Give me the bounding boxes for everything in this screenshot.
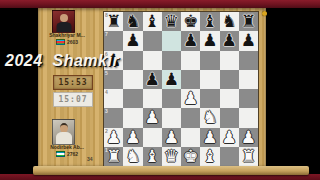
piece-white-rook: ♜ — [106, 148, 121, 165]
piece-black-pawn: ♟ — [222, 32, 237, 49]
square-g5[interactable] — [220, 70, 239, 89]
flag-azerbaijan-icon — [56, 39, 65, 45]
square-g4[interactable] — [220, 89, 239, 108]
square-e7[interactable]: ♟ — [181, 31, 200, 50]
square-c5[interactable]: ♟ — [143, 70, 162, 89]
rank-label-7: 7 — [105, 31, 108, 37]
square-f8[interactable]: ♝ — [200, 12, 219, 31]
piece-white-knight: ♞ — [202, 109, 217, 126]
piece-white-king: ♚ — [183, 148, 198, 165]
piece-black-queen: ♛ — [164, 13, 179, 30]
white-player-name: Nodirbek Ab... — [38, 144, 96, 150]
square-b4[interactable] — [123, 89, 142, 108]
square-e8[interactable]: ♚ — [181, 12, 200, 31]
piece-black-rook: ♜ — [241, 13, 256, 30]
piece-white-queen: ♛ — [164, 148, 179, 165]
square-a8[interactable]: 8♜ — [104, 12, 123, 31]
square-a5[interactable]: 5 — [104, 70, 123, 89]
avatar-body — [56, 22, 71, 32]
piece-black-pawn: ♟ — [125, 32, 140, 49]
square-b1[interactable]: ♞ — [123, 147, 142, 166]
square-f5[interactable] — [200, 70, 219, 89]
square-h2[interactable]: ♟ — [239, 128, 258, 147]
avatar-head — [60, 14, 68, 22]
rank-label-2: 2 — [105, 128, 108, 134]
clock-white: 15:07 — [53, 92, 93, 107]
square-h1[interactable]: ♜ — [239, 147, 258, 166]
square-f7[interactable]: ♟ — [200, 31, 219, 50]
piece-white-rook: ♜ — [241, 148, 256, 165]
square-d4[interactable] — [162, 89, 181, 108]
piece-black-pawn: ♟ — [145, 71, 160, 88]
piece-black-king: ♚ — [183, 13, 198, 30]
chess-board[interactable]: 8♜♞♝♛♚♝♞♜7♟♟♟♟♟6♟5♟♟4♟3♟♞2♟♟♟♟♟♟1♜♞♝♛♚♝♜ — [104, 12, 258, 166]
square-a4[interactable]: 4 — [104, 89, 123, 108]
square-b5[interactable] — [123, 70, 142, 89]
avatar-black-player — [52, 10, 75, 33]
square-b7[interactable]: ♟ — [123, 31, 142, 50]
board-shelf — [33, 166, 309, 175]
square-h8[interactable]: ♜ — [239, 12, 258, 31]
rank-label-3: 3 — [105, 108, 108, 114]
gold-pin-icon — [262, 11, 267, 16]
piece-white-knight: ♞ — [125, 148, 140, 165]
black-player-rating: 2603 — [67, 39, 78, 45]
square-h5[interactable] — [239, 70, 258, 89]
square-b3[interactable] — [123, 108, 142, 127]
square-e2[interactable] — [181, 128, 200, 147]
square-h7[interactable]: ♟ — [239, 31, 258, 50]
square-d2[interactable]: ♟ — [162, 128, 181, 147]
top-red-band — [0, 0, 320, 8]
square-c3[interactable]: ♟ — [143, 108, 162, 127]
square-f3[interactable]: ♞ — [200, 108, 219, 127]
square-e4[interactable]: ♟ — [181, 89, 200, 108]
piece-black-pawn: ♟ — [241, 32, 256, 49]
square-g1[interactable] — [220, 147, 239, 166]
square-h3[interactable] — [239, 108, 258, 127]
piece-white-bishop: ♝ — [145, 148, 160, 165]
piece-white-pawn: ♟ — [164, 129, 179, 146]
piece-white-pawn: ♟ — [125, 129, 140, 146]
square-a3[interactable]: 3 — [104, 108, 123, 127]
avatar-body — [56, 132, 72, 144]
square-c1[interactable]: ♝ — [143, 147, 162, 166]
square-b2[interactable]: ♟ — [123, 128, 142, 147]
square-a1[interactable]: 1♜ — [104, 147, 123, 166]
rank-label-8: 8 — [105, 12, 108, 18]
square-g2[interactable]: ♟ — [220, 128, 239, 147]
piece-white-bishop: ♝ — [202, 148, 217, 165]
piece-black-pawn: ♟ — [183, 32, 198, 49]
square-d8[interactable]: ♛ — [162, 12, 181, 31]
piece-black-bishop: ♝ — [145, 13, 160, 30]
square-d7[interactable] — [162, 31, 181, 50]
piece-black-pawn: ♟ — [164, 71, 179, 88]
piece-black-knight: ♞ — [125, 13, 140, 30]
square-e5[interactable] — [181, 70, 200, 89]
square-d1[interactable]: ♛ — [162, 147, 181, 166]
square-c4[interactable] — [143, 89, 162, 108]
piece-white-pawn: ♟ — [183, 90, 198, 107]
avatar-white-player — [52, 119, 75, 145]
title-overlay: 2024 Shamkir — [5, 51, 265, 71]
square-d3[interactable] — [162, 108, 181, 127]
rank-label-4: 4 — [105, 89, 108, 95]
move-number: 34 — [87, 156, 93, 162]
square-f4[interactable] — [200, 89, 219, 108]
square-f2[interactable]: ♟ — [200, 128, 219, 147]
square-e1[interactable]: ♚ — [181, 147, 200, 166]
piece-white-pawn: ♟ — [222, 129, 237, 146]
square-a7[interactable]: 7 — [104, 31, 123, 50]
square-e3[interactable] — [181, 108, 200, 127]
white-player-rating: 2762 — [67, 151, 78, 157]
square-h4[interactable] — [239, 89, 258, 108]
piece-white-pawn: ♟ — [106, 129, 121, 146]
piece-black-bishop: ♝ — [202, 13, 217, 30]
square-b8[interactable]: ♞ — [123, 12, 142, 31]
piece-white-pawn: ♟ — [241, 129, 256, 146]
piece-black-knight: ♞ — [222, 13, 237, 30]
square-c2[interactable] — [143, 128, 162, 147]
clock-black: 15:53 — [53, 75, 93, 90]
piece-black-rook: ♜ — [106, 13, 121, 30]
piece-white-pawn: ♟ — [145, 109, 160, 126]
square-d5[interactable]: ♟ — [162, 70, 181, 89]
black-player-rating-row: 2603 — [38, 39, 96, 45]
square-g7[interactable]: ♟ — [220, 31, 239, 50]
square-c8[interactable]: ♝ — [143, 12, 162, 31]
square-g3[interactable] — [220, 108, 239, 127]
piece-black-pawn: ♟ — [202, 32, 217, 49]
broadcast-frame: Shakhriyar M... 2603 15:53 15:07 Nodirbe… — [0, 0, 320, 180]
square-f1[interactable]: ♝ — [200, 147, 219, 166]
square-c7[interactable] — [143, 31, 162, 50]
piece-white-pawn: ♟ — [202, 129, 217, 146]
black-player-name: Shakhriyar M... — [38, 32, 96, 38]
rank-label-1: 1 — [105, 147, 108, 153]
flag-uzbekistan-icon — [56, 151, 65, 157]
square-a2[interactable]: 2♟ — [104, 128, 123, 147]
square-g8[interactable]: ♞ — [220, 12, 239, 31]
